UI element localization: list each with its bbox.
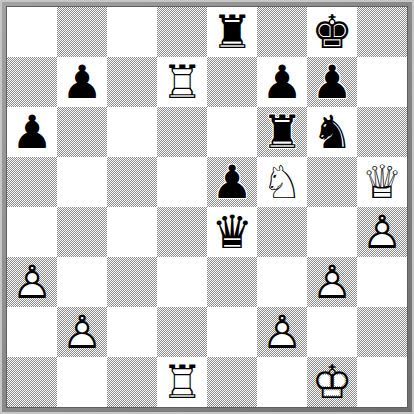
- square-f4[interactable]: [257, 207, 307, 257]
- black-rook-glyph: ♜: [207, 7, 257, 57]
- black-queen[interactable]: ♛: [207, 207, 257, 257]
- black-pawn-glyph: ♟: [307, 57, 357, 107]
- black-king[interactable]: ♚: [307, 7, 357, 57]
- square-a5[interactable]: [7, 157, 57, 207]
- square-b6[interactable]: [57, 107, 107, 157]
- square-e4[interactable]: ♛: [207, 207, 257, 257]
- square-b4[interactable]: [57, 207, 107, 257]
- square-d8[interactable]: [157, 7, 207, 57]
- square-e6[interactable]: [207, 107, 257, 157]
- square-h5[interactable]: ♛♕: [357, 157, 407, 207]
- square-b7[interactable]: ♟: [57, 57, 107, 107]
- square-d7[interactable]: ♜♖: [157, 57, 207, 107]
- square-h3[interactable]: [357, 257, 407, 307]
- square-b2[interactable]: ♟♙: [57, 307, 107, 357]
- white-rook-outline-glyph: ♖: [157, 57, 207, 107]
- square-c2[interactable]: [107, 307, 157, 357]
- white-knight-outline-glyph: ♘: [257, 157, 307, 207]
- square-e7[interactable]: [207, 57, 257, 107]
- board-frame: ♜♚♟♜♖♟♟♟♜♞♟♞♘♛♕♛♟♙♟♙♟♙♟♙♟♙♜♖♚♔: [0, 0, 414, 414]
- square-e1[interactable]: [207, 357, 257, 407]
- square-h2[interactable]: [357, 307, 407, 357]
- white-rook[interactable]: ♜♖: [157, 57, 207, 107]
- black-rook-glyph: ♜: [257, 107, 307, 157]
- white-pawn[interactable]: ♟♙: [7, 257, 57, 307]
- square-b5[interactable]: [57, 157, 107, 207]
- square-h8[interactable]: [357, 7, 407, 57]
- square-d4[interactable]: [157, 207, 207, 257]
- square-g3[interactable]: ♟♙: [307, 257, 357, 307]
- square-f8[interactable]: [257, 7, 307, 57]
- square-h1[interactable]: [357, 357, 407, 407]
- square-c3[interactable]: [107, 257, 157, 307]
- square-b3[interactable]: [57, 257, 107, 307]
- black-pawn[interactable]: ♟: [257, 57, 307, 107]
- white-rook[interactable]: ♜♖: [157, 357, 207, 407]
- square-a4[interactable]: [7, 207, 57, 257]
- black-knight-glyph: ♞: [307, 107, 357, 157]
- square-d5[interactable]: [157, 157, 207, 207]
- black-knight[interactable]: ♞: [307, 107, 357, 157]
- square-g8[interactable]: ♚: [307, 7, 357, 57]
- square-a2[interactable]: [7, 307, 57, 357]
- white-king-outline-glyph: ♔: [307, 357, 357, 407]
- square-h4[interactable]: ♟♙: [357, 207, 407, 257]
- chess-diagram: ♜♚♟♜♖♟♟♟♜♞♟♞♘♛♕♛♟♙♟♙♟♙♟♙♟♙♜♖♚♔: [0, 0, 414, 414]
- square-h6[interactable]: [357, 107, 407, 157]
- square-a3[interactable]: ♟♙: [7, 257, 57, 307]
- white-pawn-outline-glyph: ♙: [57, 307, 107, 357]
- square-a7[interactable]: [7, 57, 57, 107]
- black-king-glyph: ♚: [307, 7, 357, 57]
- black-rook[interactable]: ♜: [207, 7, 257, 57]
- square-e5[interactable]: ♟: [207, 157, 257, 207]
- white-pawn-outline-glyph: ♙: [257, 307, 307, 357]
- square-f7[interactable]: ♟: [257, 57, 307, 107]
- black-pawn-glyph: ♟: [207, 157, 257, 207]
- square-d6[interactable]: [157, 107, 207, 157]
- white-pawn-outline-glyph: ♙: [307, 257, 357, 307]
- square-b1[interactable]: [57, 357, 107, 407]
- white-pawn[interactable]: ♟♙: [57, 307, 107, 357]
- white-pawn-outline-glyph: ♙: [357, 207, 407, 257]
- white-pawn[interactable]: ♟♙: [357, 207, 407, 257]
- square-c7[interactable]: [107, 57, 157, 107]
- square-c1[interactable]: [107, 357, 157, 407]
- square-a8[interactable]: [7, 7, 57, 57]
- square-c4[interactable]: [107, 207, 157, 257]
- square-e3[interactable]: [207, 257, 257, 307]
- square-f3[interactable]: [257, 257, 307, 307]
- square-f5[interactable]: ♞♘: [257, 157, 307, 207]
- white-pawn[interactable]: ♟♙: [307, 257, 357, 307]
- square-c6[interactable]: [107, 107, 157, 157]
- square-f6[interactable]: ♜: [257, 107, 307, 157]
- square-g6[interactable]: ♞: [307, 107, 357, 157]
- white-pawn[interactable]: ♟♙: [257, 307, 307, 357]
- chess-board: ♜♚♟♜♖♟♟♟♜♞♟♞♘♛♕♛♟♙♟♙♟♙♟♙♟♙♜♖♚♔: [7, 7, 407, 407]
- white-pawn-outline-glyph: ♙: [7, 257, 57, 307]
- square-b8[interactable]: [57, 7, 107, 57]
- square-d2[interactable]: [157, 307, 207, 357]
- black-pawn-glyph: ♟: [7, 107, 57, 157]
- black-pawn[interactable]: ♟: [307, 57, 357, 107]
- square-e2[interactable]: [207, 307, 257, 357]
- black-queen-glyph: ♛: [207, 207, 257, 257]
- square-g7[interactable]: ♟: [307, 57, 357, 107]
- square-d1[interactable]: ♜♖: [157, 357, 207, 407]
- white-king[interactable]: ♚♔: [307, 357, 357, 407]
- square-g2[interactable]: [307, 307, 357, 357]
- square-f2[interactable]: ♟♙: [257, 307, 307, 357]
- square-c8[interactable]: [107, 7, 157, 57]
- square-a6[interactable]: ♟: [7, 107, 57, 157]
- square-a1[interactable]: [7, 357, 57, 407]
- square-f1[interactable]: [257, 357, 307, 407]
- square-g4[interactable]: [307, 207, 357, 257]
- black-rook[interactable]: ♜: [257, 107, 307, 157]
- black-pawn-glyph: ♟: [57, 57, 107, 107]
- square-d3[interactable]: [157, 257, 207, 307]
- black-pawn[interactable]: ♟: [7, 107, 57, 157]
- black-pawn-glyph: ♟: [257, 57, 307, 107]
- white-rook-outline-glyph: ♖: [157, 357, 207, 407]
- white-queen[interactable]: ♛♕: [357, 157, 407, 207]
- square-e8[interactable]: ♜: [207, 7, 257, 57]
- square-h7[interactable]: [357, 57, 407, 107]
- black-pawn[interactable]: ♟: [57, 57, 107, 107]
- black-pawn[interactable]: ♟: [207, 157, 257, 207]
- square-g1[interactable]: ♚♔: [307, 357, 357, 407]
- white-queen-outline-glyph: ♕: [357, 157, 407, 207]
- square-g5[interactable]: [307, 157, 357, 207]
- square-c5[interactable]: [107, 157, 157, 207]
- white-knight[interactable]: ♞♘: [257, 157, 307, 207]
